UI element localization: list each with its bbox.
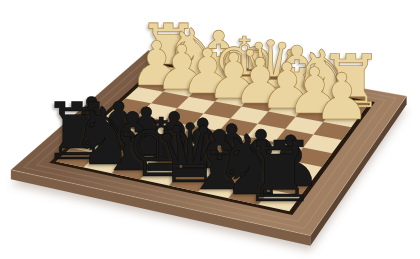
chessboard-photo: ♜♞♝♚♛♝♞♜♟♟♟♟♟♟♟♟♟♟♟♟♟♟♟♟♜♞♝♚♛♝♞♜ bbox=[0, 0, 420, 259]
pieces-layer: ♜♞♝♚♛♝♞♜♟♟♟♟♟♟♟♟♟♟♟♟♟♟♟♟♜♞♝♚♛♝♞♜ bbox=[0, 0, 420, 259]
piece-black-rook: ♜ bbox=[242, 131, 317, 214]
piece-white-pawn: ♟ bbox=[313, 65, 371, 129]
